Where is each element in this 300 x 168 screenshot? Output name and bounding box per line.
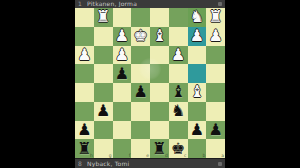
square-r1c2[interactable]: ♜	[94, 8, 113, 27]
square-r4c5[interactable]	[150, 64, 169, 83]
square-r2c3[interactable]: ♟	[113, 27, 132, 46]
square-r7c3[interactable]	[113, 121, 132, 140]
square-r1c3[interactable]	[113, 8, 132, 27]
black-player-name: Nyback, Tomi	[87, 161, 218, 167]
square-r3c3[interactable]: ♟	[113, 46, 132, 65]
square-r8c8[interactable]: a	[206, 139, 225, 158]
top-board-number: 1	[78, 1, 82, 7]
black-pawn: ♟	[94, 102, 113, 121]
white-pawn: ♟	[75, 46, 94, 65]
square-r2c4[interactable]: ♚	[131, 27, 150, 46]
square-r1c8[interactable]: ♜	[206, 8, 225, 27]
white-knight: ♞	[188, 8, 207, 27]
black-pawn: ♟	[75, 121, 94, 140]
square-r6c4[interactable]	[131, 102, 150, 121]
square-r7c8[interactable]: ♟	[206, 121, 225, 140]
square-r8c3[interactable]: f	[113, 139, 132, 158]
square-r3c1[interactable]: ♟	[75, 46, 94, 65]
square-r7c5[interactable]	[150, 121, 169, 140]
white-rook: ♜	[206, 8, 225, 27]
white-rook: ♜	[94, 8, 113, 27]
square-r8c1[interactable]: ♜h	[75, 139, 94, 158]
square-r5c6[interactable]: ♝	[169, 83, 188, 102]
black-pawn: ♟	[131, 83, 150, 102]
top-player-bar: 1 Pitkanen, Jorma	[75, 0, 225, 8]
bottom-bar-right-icon[interactable]	[218, 162, 222, 166]
letterbox-left	[0, 0, 75, 168]
app-content: 1 Pitkanen, Jorma ♜♞♜♟♚♝♟♟♟♟♟♟♟♝♝♟♞♟♟♟♜h…	[75, 0, 225, 168]
square-r2c8[interactable]: ♟	[206, 27, 225, 46]
square-r5c5[interactable]	[150, 83, 169, 102]
white-player-name: Pitkanen, Jorma	[87, 1, 218, 7]
square-r8c2[interactable]: g	[94, 139, 113, 158]
square-r7c7[interactable]: ♟	[188, 121, 207, 140]
white-pawn: ♟	[206, 27, 225, 46]
square-r5c8[interactable]	[206, 83, 225, 102]
black-rook: ♜	[150, 139, 169, 158]
square-r5c2[interactable]	[94, 83, 113, 102]
top-bar-right-icon[interactable]	[218, 2, 222, 6]
square-r4c8[interactable]	[206, 64, 225, 83]
square-r5c1[interactable]	[75, 83, 94, 102]
black-pawn: ♟	[188, 121, 207, 140]
square-r6c5[interactable]	[150, 102, 169, 121]
black-pawn: ♟	[113, 64, 132, 83]
square-r1c4[interactable]	[131, 8, 150, 27]
square-r6c6[interactable]: ♞	[169, 102, 188, 121]
chess-board[interactable]: ♜♞♜♟♚♝♟♟♟♟♟♟♟♝♝♟♞♟♟♟♜hgfe♜d♚cba	[75, 8, 225, 158]
square-r4c4[interactable]	[131, 64, 150, 83]
bottom-player-bar: 8 Nyback, Tomi	[75, 158, 225, 168]
square-r6c1[interactable]	[75, 102, 94, 121]
white-pawn: ♟	[113, 27, 132, 46]
square-r5c3[interactable]	[113, 83, 132, 102]
square-r6c2[interactable]: ♟	[94, 102, 113, 121]
black-pawn: ♟	[206, 121, 225, 140]
square-r2c6[interactable]	[169, 27, 188, 46]
letterbox-right	[225, 0, 300, 168]
square-r5c4[interactable]: ♟	[131, 83, 150, 102]
square-r3c7[interactable]	[188, 46, 207, 65]
white-pawn: ♟	[169, 46, 188, 65]
square-r1c7[interactable]: ♞	[188, 8, 207, 27]
square-r2c7[interactable]: ♟	[188, 27, 207, 46]
square-r7c2[interactable]	[94, 121, 113, 140]
white-king: ♚	[131, 27, 150, 46]
square-r1c5[interactable]	[150, 8, 169, 27]
square-r4c3[interactable]: ♟	[113, 64, 132, 83]
square-r8c7[interactable]: b	[188, 139, 207, 158]
square-r7c4[interactable]	[131, 121, 150, 140]
bottom-board-number: 8	[78, 161, 82, 167]
black-rook: ♜	[75, 139, 94, 158]
square-r2c2[interactable]	[94, 27, 113, 46]
square-r6c3[interactable]	[113, 102, 132, 121]
black-knight: ♞	[169, 102, 188, 121]
square-r4c6[interactable]	[169, 64, 188, 83]
square-r7c1[interactable]: ♟	[75, 121, 94, 140]
square-r3c4[interactable]	[131, 46, 150, 65]
square-r8c6[interactable]: ♚c	[169, 139, 188, 158]
white-pawn: ♟	[188, 27, 207, 46]
square-r3c5[interactable]	[150, 46, 169, 65]
square-r4c7[interactable]	[188, 64, 207, 83]
square-r4c1[interactable]	[75, 64, 94, 83]
square-r1c1[interactable]	[75, 8, 94, 27]
square-r4c2[interactable]	[94, 64, 113, 83]
white-bishop: ♝	[150, 27, 169, 46]
square-r2c5[interactable]: ♝	[150, 27, 169, 46]
square-r1c6[interactable]	[169, 8, 188, 27]
square-r5c7[interactable]: ♝	[188, 83, 207, 102]
square-r6c8[interactable]	[206, 102, 225, 121]
square-r3c6[interactable]: ♟	[169, 46, 188, 65]
square-r2c1[interactable]	[75, 27, 94, 46]
square-r8c4[interactable]: e	[131, 139, 150, 158]
square-r3c8[interactable]	[206, 46, 225, 65]
black-bishop: ♝	[169, 83, 188, 102]
white-bishop: ♝	[188, 83, 207, 102]
square-r6c7[interactable]	[188, 102, 207, 121]
black-king: ♚	[169, 139, 188, 158]
square-r7c6[interactable]	[169, 121, 188, 140]
white-pawn: ♟	[113, 46, 132, 65]
square-r3c2[interactable]	[94, 46, 113, 65]
square-r8c5[interactable]: ♜d	[150, 139, 169, 158]
